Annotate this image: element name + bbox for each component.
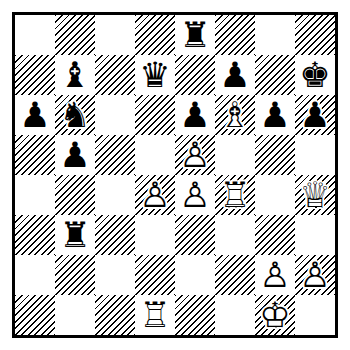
square-b2[interactable] [55, 255, 95, 295]
square-e7[interactable] [175, 55, 215, 95]
white-pawn-icon: ♙ [135, 175, 175, 215]
square-f3[interactable] [215, 215, 255, 255]
square-b6[interactable]: ♞♞ [55, 95, 95, 135]
square-d1[interactable]: ♜♖ [135, 295, 175, 335]
piece-halo: ♝ [55, 55, 95, 95]
square-a7[interactable] [15, 55, 55, 95]
piece-halo: ♟ [215, 55, 255, 95]
black-pawn-icon: ♟ [295, 95, 335, 135]
black-knight-icon: ♞ [55, 95, 95, 135]
white-rook-icon: ♖ [215, 175, 255, 215]
square-a8[interactable] [15, 15, 55, 55]
square-e3[interactable] [175, 215, 215, 255]
square-f4[interactable]: ♜♖ [215, 175, 255, 215]
square-e2[interactable] [175, 255, 215, 295]
square-b1[interactable] [55, 295, 95, 335]
white-pawn-icon: ♙ [175, 175, 215, 215]
square-e1[interactable] [175, 295, 215, 335]
piece-halo: ♜ [215, 175, 255, 215]
black-rook-icon: ♜ [175, 15, 215, 55]
square-c6[interactable] [95, 95, 135, 135]
square-e8[interactable]: ♜♜ [175, 15, 215, 55]
square-d6[interactable] [135, 95, 175, 135]
square-g2[interactable]: ♟♙ [255, 255, 295, 295]
square-c4[interactable] [95, 175, 135, 215]
square-g5[interactable] [255, 135, 295, 175]
piece-halo: ♟ [295, 95, 335, 135]
piece-halo: ♟ [175, 135, 215, 175]
square-g1[interactable]: ♚♔ [255, 295, 295, 335]
square-g4[interactable] [255, 175, 295, 215]
square-h4[interactable]: ♛♕ [295, 175, 335, 215]
black-pawn-icon: ♟ [215, 55, 255, 95]
square-h1[interactable] [295, 295, 335, 335]
piece-halo: ♚ [255, 295, 295, 335]
square-e6[interactable]: ♟♟ [175, 95, 215, 135]
black-rook-icon: ♜ [55, 215, 95, 255]
square-g6[interactable]: ♟♟ [255, 95, 295, 135]
piece-halo: ♟ [135, 175, 175, 215]
square-b3[interactable]: ♜♜ [55, 215, 95, 255]
square-d8[interactable] [135, 15, 175, 55]
square-h2[interactable]: ♟♙ [295, 255, 335, 295]
square-f6[interactable]: ♝♗ [215, 95, 255, 135]
white-bishop-icon: ♗ [215, 95, 255, 135]
square-d7[interactable]: ♛♛ [135, 55, 175, 95]
piece-halo: ♛ [295, 175, 335, 215]
piece-halo: ♟ [255, 95, 295, 135]
square-b4[interactable] [55, 175, 95, 215]
square-c3[interactable] [95, 215, 135, 255]
square-c5[interactable] [95, 135, 135, 175]
square-c8[interactable] [95, 15, 135, 55]
square-a6[interactable]: ♟♟ [15, 95, 55, 135]
piece-halo: ♞ [55, 95, 95, 135]
square-c7[interactable] [95, 55, 135, 95]
square-b7[interactable]: ♝♝ [55, 55, 95, 95]
piece-halo: ♟ [15, 95, 55, 135]
square-a5[interactable] [15, 135, 55, 175]
square-b8[interactable] [55, 15, 95, 55]
white-rook-icon: ♖ [135, 295, 175, 335]
square-d5[interactable] [135, 135, 175, 175]
square-f5[interactable] [215, 135, 255, 175]
piece-halo: ♜ [55, 215, 95, 255]
black-bishop-icon: ♝ [55, 55, 95, 95]
square-d4[interactable]: ♟♙ [135, 175, 175, 215]
square-g7[interactable] [255, 55, 295, 95]
square-d2[interactable] [135, 255, 175, 295]
piece-halo: ♚ [295, 55, 335, 95]
square-a4[interactable] [15, 175, 55, 215]
square-e5[interactable]: ♟♙ [175, 135, 215, 175]
piece-halo: ♟ [55, 135, 95, 175]
black-pawn-icon: ♟ [175, 95, 215, 135]
black-pawn-icon: ♟ [55, 135, 95, 175]
square-h3[interactable] [295, 215, 335, 255]
chess-board: ♜♜♝♝♛♛♟♟♚♚♟♟♞♞♟♟♝♗♟♟♟♟♟♟♟♙♟♙♟♙♜♖♛♕♜♜♟♙♟♙… [15, 15, 335, 335]
square-d3[interactable] [135, 215, 175, 255]
square-f8[interactable] [215, 15, 255, 55]
square-a3[interactable] [15, 215, 55, 255]
chess-diagram-page: ♜♜♝♝♛♛♟♟♚♚♟♟♞♞♟♟♝♗♟♟♟♟♟♟♟♙♟♙♟♙♜♖♛♕♜♜♟♙♟♙… [0, 0, 350, 350]
piece-halo: ♝ [215, 95, 255, 135]
square-a2[interactable] [15, 255, 55, 295]
black-pawn-icon: ♟ [255, 95, 295, 135]
piece-halo: ♟ [175, 175, 215, 215]
square-c2[interactable] [95, 255, 135, 295]
white-king-icon: ♔ [255, 295, 295, 335]
piece-halo: ♟ [295, 255, 335, 295]
piece-halo: ♛ [135, 55, 175, 95]
piece-halo: ♜ [135, 295, 175, 335]
square-h6[interactable]: ♟♟ [295, 95, 335, 135]
white-queen-icon: ♕ [295, 175, 335, 215]
piece-halo: ♟ [255, 255, 295, 295]
square-c1[interactable] [95, 295, 135, 335]
black-pawn-icon: ♟ [15, 95, 55, 135]
square-e4[interactable]: ♟♙ [175, 175, 215, 215]
white-pawn-icon: ♙ [255, 255, 295, 295]
square-g8[interactable] [255, 15, 295, 55]
piece-halo: ♟ [175, 95, 215, 135]
white-pawn-icon: ♙ [295, 255, 335, 295]
square-b5[interactable]: ♟♟ [55, 135, 95, 175]
square-g3[interactable] [255, 215, 295, 255]
black-king-icon: ♚ [295, 55, 335, 95]
board-frame: ♜♜♝♝♛♛♟♟♚♚♟♟♞♞♟♟♝♗♟♟♟♟♟♟♟♙♟♙♟♙♜♖♛♕♜♜♟♙♟♙… [12, 12, 338, 338]
square-f2[interactable] [215, 255, 255, 295]
piece-halo: ♜ [175, 15, 215, 55]
square-a1[interactable] [15, 295, 55, 335]
white-pawn-icon: ♙ [175, 135, 215, 175]
square-f7[interactable]: ♟♟ [215, 55, 255, 95]
black-queen-icon: ♛ [135, 55, 175, 95]
square-f1[interactable] [215, 295, 255, 335]
square-h7[interactable]: ♚♚ [295, 55, 335, 95]
square-h5[interactable] [295, 135, 335, 175]
square-h8[interactable] [295, 15, 335, 55]
